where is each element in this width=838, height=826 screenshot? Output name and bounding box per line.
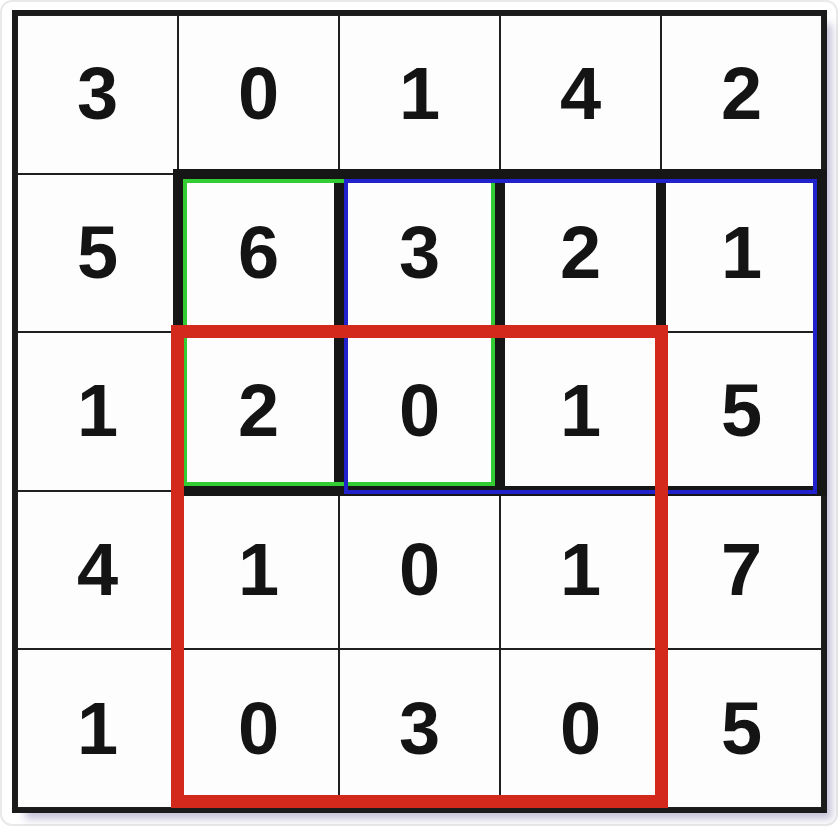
cell-r4c4: 1 — [500, 491, 661, 650]
cell-r2c3: 3 — [339, 174, 500, 333]
diagram-stage: 3014256321120154101710305 — [0, 0, 838, 826]
cell-r4c2: 1 — [178, 491, 339, 650]
number-grid-board: 3014256321120154101710305 — [12, 10, 827, 813]
cell-r2c1: 5 — [17, 174, 178, 333]
cell-r1c2: 0 — [178, 15, 339, 174]
cell-r3c1: 1 — [17, 332, 178, 491]
cell-r3c3: 0 — [339, 332, 500, 491]
cell-r3c2: 2 — [178, 332, 339, 491]
cell-r4c1: 4 — [17, 491, 178, 650]
grid-5x5: 3014256321120154101710305 — [17, 15, 822, 808]
cell-r5c1: 1 — [17, 649, 178, 808]
cell-r2c4: 2 — [500, 174, 661, 333]
cell-r4c3: 0 — [339, 491, 500, 650]
cell-r3c5: 5 — [661, 332, 822, 491]
cell-r1c5: 2 — [661, 15, 822, 174]
cell-r5c2: 0 — [178, 649, 339, 808]
cell-r5c5: 5 — [661, 649, 822, 808]
cell-r5c4: 0 — [500, 649, 661, 808]
cell-r2c5: 1 — [661, 174, 822, 333]
cell-r1c4: 4 — [500, 15, 661, 174]
cell-r1c1: 3 — [17, 15, 178, 174]
cell-r5c3: 3 — [339, 649, 500, 808]
cell-r2c2: 6 — [178, 174, 339, 333]
cell-r3c4: 1 — [500, 332, 661, 491]
cell-r4c5: 7 — [661, 491, 822, 650]
cell-r1c3: 1 — [339, 15, 500, 174]
